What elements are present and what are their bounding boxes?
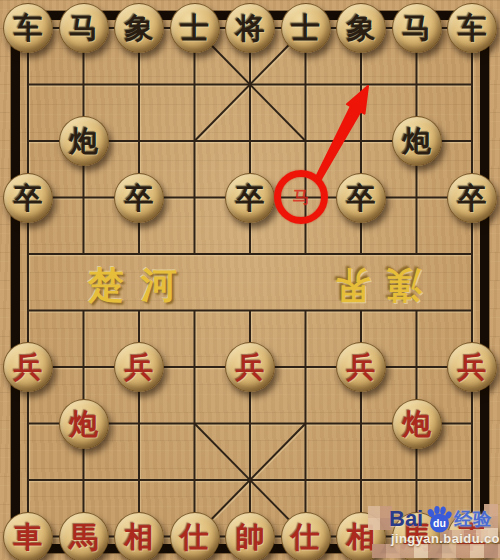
xiangqi-board: 楚河 漢界 车马象士将士象马车炮炮卒卒卒卒卒兵兵兵兵兵炮炮車馬相仕帥仕相馬車 马… — [0, 0, 500, 560]
move-arrow — [0, 0, 500, 560]
